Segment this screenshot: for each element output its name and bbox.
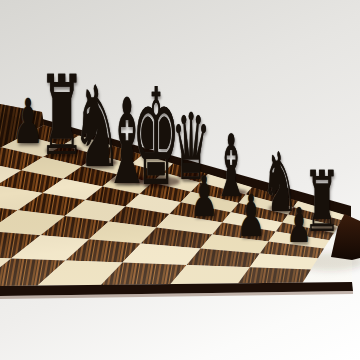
pawn-front-3-piece: ♟ <box>287 201 312 249</box>
pawn-front-2-piece: ♟ <box>236 187 265 245</box>
king-piece: ♚ <box>132 71 180 205</box>
pawn-front-1-piece: ♟ <box>190 169 218 225</box>
pieces-layer: ♟♜♞♝♚♛♝♞♜♟♟♟ <box>0 0 360 360</box>
chess-set-photo: ♟♜♞♝♚♛♝♞♜♟♟♟ <box>0 0 360 360</box>
